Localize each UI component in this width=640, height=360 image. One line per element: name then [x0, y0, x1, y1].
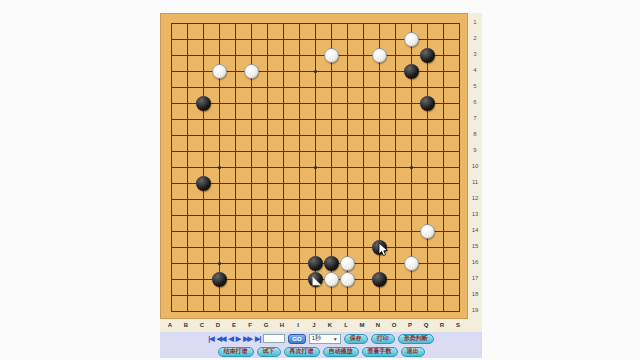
action-button-6[interactable]: 退出 — [401, 347, 425, 357]
white-stone-L17[interactable] — [340, 272, 355, 287]
grid-line — [395, 23, 396, 312]
column-label-N: N — [373, 322, 383, 329]
column-label-H: H — [277, 322, 287, 329]
toolbar-button-1[interactable]: 保存 — [344, 334, 368, 344]
white-stone-Q14[interactable] — [420, 224, 435, 239]
column-label-K: K — [325, 322, 335, 329]
row-label-11: 11 — [468, 179, 482, 185]
row-label-12: 12 — [468, 195, 482, 201]
nav-fast-back-button[interactable]: ◀◀ — [217, 335, 226, 343]
column-coordinate-strip: ABCDEFGHIJKLMNOPQRS — [160, 319, 482, 332]
row-label-16: 16 — [468, 259, 482, 265]
grid-line — [379, 23, 380, 312]
row-label-8: 8 — [468, 131, 482, 137]
black-stone-J16[interactable] — [308, 256, 323, 271]
black-stone-P4[interactable] — [404, 64, 419, 79]
column-label-B: B — [181, 322, 191, 329]
black-stone-Q6[interactable] — [420, 96, 435, 111]
action-button-3[interactable]: 再次打谱 — [284, 347, 320, 357]
go-board[interactable] — [160, 13, 468, 319]
row-label-18: 18 — [468, 291, 482, 297]
row-label-9: 9 — [468, 147, 482, 153]
column-label-Q: Q — [421, 322, 431, 329]
row-label-14: 14 — [468, 227, 482, 233]
control-bar: |◀◀◀◀▶▶▶▶| GO 1秒 ▼ 保存打印形势判断 结束打谱试下再次打谱自动… — [160, 332, 482, 358]
star-point — [218, 262, 221, 265]
column-label-L: L — [341, 322, 351, 329]
column-label-F: F — [245, 322, 255, 329]
go-kifu-widget: 12345678910111213141516171819 ABCDEFGHIJ… — [160, 13, 482, 358]
black-stone-K16[interactable] — [324, 256, 339, 271]
grid-line — [427, 23, 428, 312]
column-label-A: A — [165, 322, 175, 329]
row1-buttons: 保存打印形势判断 — [344, 334, 434, 344]
star-point — [314, 166, 317, 169]
action-button-5[interactable]: 查看手数 — [362, 347, 398, 357]
white-stone-P16[interactable] — [404, 256, 419, 271]
column-label-E: E — [229, 322, 239, 329]
column-label-R: R — [437, 322, 447, 329]
column-label-G: G — [261, 322, 271, 329]
star-point — [410, 166, 413, 169]
row-label-17: 17 — [468, 275, 482, 281]
white-stone-L16[interactable] — [340, 256, 355, 271]
grid-line — [459, 23, 460, 312]
grid-line — [363, 23, 364, 312]
nav-last-button[interactable]: ▶| — [255, 335, 260, 343]
grid-line — [171, 247, 460, 248]
column-label-J: J — [309, 322, 319, 329]
grid-line — [171, 311, 460, 312]
action-button-1[interactable]: 结束打谱 — [218, 347, 254, 357]
column-label-I: I — [293, 322, 303, 329]
row-label-15: 15 — [468, 243, 482, 249]
column-label-O: O — [389, 322, 399, 329]
column-label-P: P — [405, 322, 415, 329]
black-stone-N15[interactable] — [372, 240, 387, 255]
grid-line — [171, 295, 460, 296]
white-stone-K3[interactable] — [324, 48, 339, 63]
column-label-M: M — [357, 322, 367, 329]
row-label-5: 5 — [468, 83, 482, 89]
grid-line — [171, 215, 460, 216]
row-label-19: 19 — [468, 307, 482, 313]
action-button-4[interactable]: 自动播放 — [323, 347, 359, 357]
move-navigation: |◀◀◀◀▶▶▶▶| — [208, 335, 260, 343]
white-stone-F4[interactable] — [244, 64, 259, 79]
row-label-1: 1 — [468, 19, 482, 25]
nav-fast-forward-button[interactable]: ▶▶ — [243, 335, 252, 343]
control-row-1: |◀◀◀◀▶▶▶▶| GO 1秒 ▼ 保存打印形势判断 — [160, 333, 482, 345]
row-label-2: 2 — [468, 35, 482, 41]
control-row-2: 结束打谱试下再次打谱自动播放查看手数退出 — [160, 346, 482, 358]
star-point — [218, 166, 221, 169]
speed-selected-value: 1秒 — [312, 334, 321, 343]
nav-first-button[interactable]: |◀ — [208, 335, 213, 343]
go-board-area: 12345678910111213141516171819 — [160, 13, 482, 319]
nav-forward-button[interactable]: ▶ — [236, 335, 240, 343]
go-button[interactable]: GO — [288, 334, 305, 344]
black-stone-D17[interactable] — [212, 272, 227, 287]
row-label-3: 3 — [468, 51, 482, 57]
row-coordinate-strip: 12345678910111213141516171819 — [468, 13, 482, 319]
row-label-6: 6 — [468, 99, 482, 105]
row-label-13: 13 — [468, 211, 482, 217]
column-label-D: D — [213, 322, 223, 329]
toolbar-button-2[interactable]: 打印 — [371, 334, 395, 344]
action-button-2[interactable]: 试下 — [257, 347, 281, 357]
toolbar-button-3[interactable]: 形势判断 — [398, 334, 434, 344]
chevron-down-icon: ▼ — [333, 336, 338, 342]
black-stone-J17[interactable] — [308, 272, 323, 287]
nav-back-button[interactable]: ◀ — [228, 335, 232, 343]
black-stone-N17[interactable] — [372, 272, 387, 287]
grid-line — [443, 23, 444, 312]
black-stone-Q3[interactable] — [420, 48, 435, 63]
move-number-input[interactable] — [263, 334, 285, 343]
row-label-7: 7 — [468, 115, 482, 121]
autoplay-speed-select[interactable]: 1秒 ▼ — [309, 334, 341, 344]
star-point — [314, 70, 317, 73]
grid-line — [171, 231, 460, 232]
black-stone-C11[interactable] — [196, 176, 211, 191]
white-stone-K17[interactable] — [324, 272, 339, 287]
row-label-10: 10 — [468, 163, 482, 169]
white-stone-P2[interactable] — [404, 32, 419, 47]
row-label-4: 4 — [468, 67, 482, 73]
column-label-S: S — [453, 322, 463, 329]
white-stone-D4[interactable] — [212, 64, 227, 79]
column-label-C: C — [197, 322, 207, 329]
white-stone-N3[interactable] — [372, 48, 387, 63]
grid-line — [171, 199, 460, 200]
grid-line — [171, 183, 460, 184]
black-stone-C6[interactable] — [196, 96, 211, 111]
